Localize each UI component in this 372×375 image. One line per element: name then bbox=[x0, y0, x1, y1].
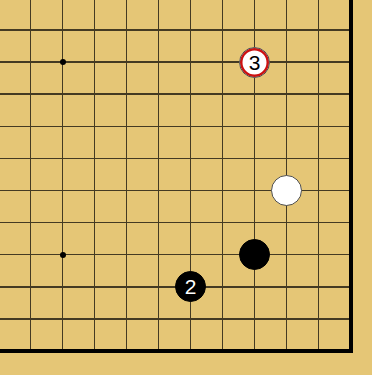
go-board[interactable]: 23 bbox=[0, 0, 372, 375]
stone-white-Q10[interactable]: 3 bbox=[239, 47, 270, 78]
stone-label: 2 bbox=[185, 276, 197, 297]
stone-black-Q4[interactable] bbox=[239, 239, 270, 270]
stone-label: 3 bbox=[249, 52, 261, 73]
hoshi-K4 bbox=[60, 252, 66, 258]
hoshi-K10 bbox=[60, 59, 66, 65]
stone-black-O3[interactable]: 2 bbox=[175, 271, 206, 302]
stone-white-R6[interactable] bbox=[271, 175, 302, 206]
intersection-grid: 23 bbox=[15, 14, 367, 367]
go-diagram: 23 bbox=[0, 0, 372, 375]
